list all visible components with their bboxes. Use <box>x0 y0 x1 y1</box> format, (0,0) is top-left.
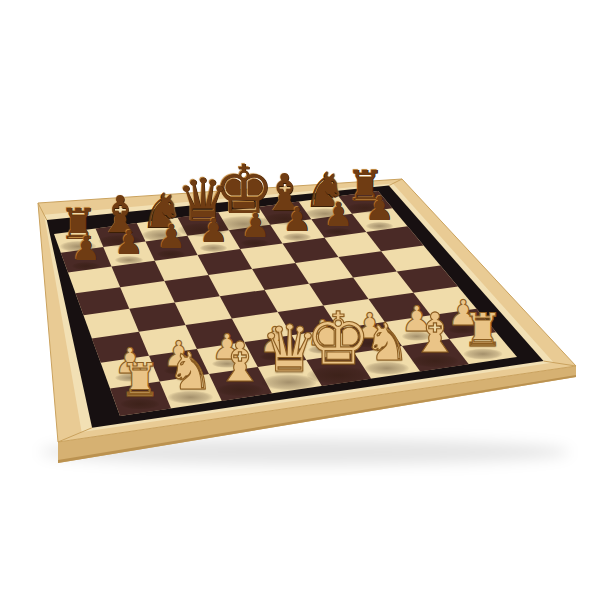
chess-set-photo: ♜♝♞♛♚♝♞♜♟♟♟♟♟♟♟♟♟♟♟♟♟♟♟♟♜♞♝♛♚♞♝♜ <box>0 0 600 600</box>
chess-board <box>0 0 600 600</box>
